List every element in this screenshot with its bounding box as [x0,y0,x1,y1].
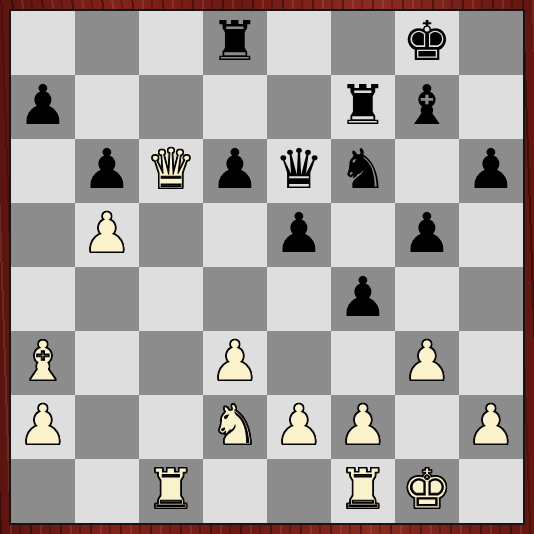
square-c2[interactable] [139,395,203,459]
square-b8[interactable] [75,11,139,75]
square-b2[interactable] [75,395,139,459]
piece-white-pawn[interactable]: ♟ [338,393,387,457]
piece-white-pawn[interactable]: ♟ [402,329,451,393]
square-f7[interactable]: ♜ [331,75,395,139]
square-g5[interactable]: ♟ [395,203,459,267]
square-e3[interactable] [267,331,331,395]
square-g8[interactable]: ♚ [395,11,459,75]
square-d3[interactable]: ♟ [203,331,267,395]
square-e4[interactable] [267,267,331,331]
piece-white-king[interactable]: ♚ [402,457,451,521]
piece-black-knight[interactable]: ♞ [338,137,387,201]
piece-white-bishop[interactable]: ♝ [18,329,67,393]
square-d2[interactable]: ♞ [203,395,267,459]
square-f2[interactable]: ♟ [331,395,395,459]
square-c3[interactable] [139,331,203,395]
square-d7[interactable] [203,75,267,139]
square-h4[interactable] [459,267,523,331]
piece-black-rook[interactable]: ♜ [338,73,387,137]
square-e5[interactable]: ♟ [267,203,331,267]
piece-white-rook[interactable]: ♜ [338,457,387,521]
square-f3[interactable] [331,331,395,395]
square-a6[interactable] [11,139,75,203]
piece-black-pawn[interactable]: ♟ [210,137,259,201]
square-h1[interactable] [459,459,523,523]
piece-black-pawn[interactable]: ♟ [466,137,515,201]
square-f4[interactable]: ♟ [331,267,395,331]
piece-white-pawn[interactable]: ♟ [210,329,259,393]
square-b4[interactable] [75,267,139,331]
square-e2[interactable]: ♟ [267,395,331,459]
piece-black-pawn[interactable]: ♟ [274,201,323,265]
chess-board: ♜♚♟♜♝♟♛♟♛♞♟♟♟♟♟♝♟♟♟♞♟♟♟♜♜♚ [9,9,525,525]
piece-white-pawn[interactable]: ♟ [82,201,131,265]
square-d8[interactable]: ♜ [203,11,267,75]
square-g7[interactable]: ♝ [395,75,459,139]
square-c1[interactable]: ♜ [139,459,203,523]
square-h3[interactable] [459,331,523,395]
square-g6[interactable] [395,139,459,203]
piece-white-queen[interactable]: ♛ [146,137,195,201]
square-d5[interactable] [203,203,267,267]
square-b6[interactable]: ♟ [75,139,139,203]
square-f5[interactable] [331,203,395,267]
square-a1[interactable] [11,459,75,523]
square-h8[interactable] [459,11,523,75]
square-a7[interactable]: ♟ [11,75,75,139]
square-b3[interactable] [75,331,139,395]
piece-black-rook[interactable]: ♜ [210,9,259,73]
square-e7[interactable] [267,75,331,139]
piece-black-pawn[interactable]: ♟ [82,137,131,201]
square-a5[interactable] [11,203,75,267]
square-d4[interactable] [203,267,267,331]
square-e1[interactable] [267,459,331,523]
piece-white-knight[interactable]: ♞ [210,393,259,457]
piece-black-queen[interactable]: ♛ [274,137,323,201]
square-g3[interactable]: ♟ [395,331,459,395]
square-g2[interactable] [395,395,459,459]
square-h7[interactable] [459,75,523,139]
square-h6[interactable]: ♟ [459,139,523,203]
square-b1[interactable] [75,459,139,523]
square-e8[interactable] [267,11,331,75]
square-h5[interactable] [459,203,523,267]
square-g1[interactable]: ♚ [395,459,459,523]
piece-black-king[interactable]: ♚ [402,9,451,73]
square-a2[interactable]: ♟ [11,395,75,459]
square-g4[interactable] [395,267,459,331]
square-f1[interactable]: ♜ [331,459,395,523]
square-a8[interactable] [11,11,75,75]
piece-white-pawn[interactable]: ♟ [274,393,323,457]
square-b7[interactable] [75,75,139,139]
square-c8[interactable] [139,11,203,75]
piece-white-rook[interactable]: ♜ [146,457,195,521]
square-f6[interactable]: ♞ [331,139,395,203]
square-d6[interactable]: ♟ [203,139,267,203]
piece-white-pawn[interactable]: ♟ [466,393,515,457]
wood-frame: ♜♚♟♜♝♟♛♟♛♞♟♟♟♟♟♝♟♟♟♞♟♟♟♜♜♚ [0,0,534,534]
square-a4[interactable] [11,267,75,331]
piece-black-pawn[interactable]: ♟ [338,265,387,329]
square-d1[interactable] [203,459,267,523]
piece-black-pawn[interactable]: ♟ [18,73,67,137]
piece-white-pawn[interactable]: ♟ [18,393,67,457]
piece-black-pawn[interactable]: ♟ [402,201,451,265]
square-c4[interactable] [139,267,203,331]
square-a3[interactable]: ♝ [11,331,75,395]
square-h2[interactable]: ♟ [459,395,523,459]
square-c5[interactable] [139,203,203,267]
square-c7[interactable] [139,75,203,139]
piece-black-bishop[interactable]: ♝ [402,73,451,137]
square-c6[interactable]: ♛ [139,139,203,203]
square-f8[interactable] [331,11,395,75]
square-b5[interactable]: ♟ [75,203,139,267]
square-e6[interactable]: ♛ [267,139,331,203]
